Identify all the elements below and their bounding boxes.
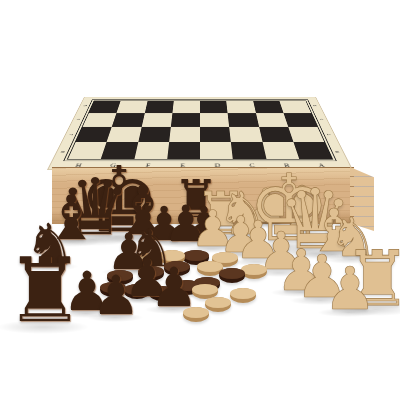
chess-piece-dark-pawn: ♟ (150, 263, 198, 313)
checker-disc-dark (219, 268, 245, 283)
checker-disc-top (183, 307, 209, 318)
chess-piece-dark-rook: ♜ (5, 250, 85, 332)
checker-disc-light (230, 288, 256, 303)
chess-piece-dark-pawn: ♟ (92, 271, 140, 321)
checker-disc-top (219, 268, 245, 279)
pieces-and-discs-layer: ♜♞♟♟♟♟♞♟♝♛♚♝♟♟♜♟♜♞♟♟♟♟♝♚♛♝♞♟♟♟♟♜ (0, 0, 400, 400)
checker-disc-top (230, 288, 256, 299)
checker-disc-light (205, 297, 231, 312)
checker-disc-light (241, 264, 267, 279)
checker-disc-top (205, 297, 231, 308)
checker-disc-light (183, 307, 209, 322)
product-photo-scene: 5678 5678 HGFEDCBA ♜♞♟♟♟♟♞♟♝♛♚♝♟♟♜♟♜♞♟♟♟… (0, 0, 400, 400)
chess-piece-light-pawn: ♟ (324, 262, 377, 316)
